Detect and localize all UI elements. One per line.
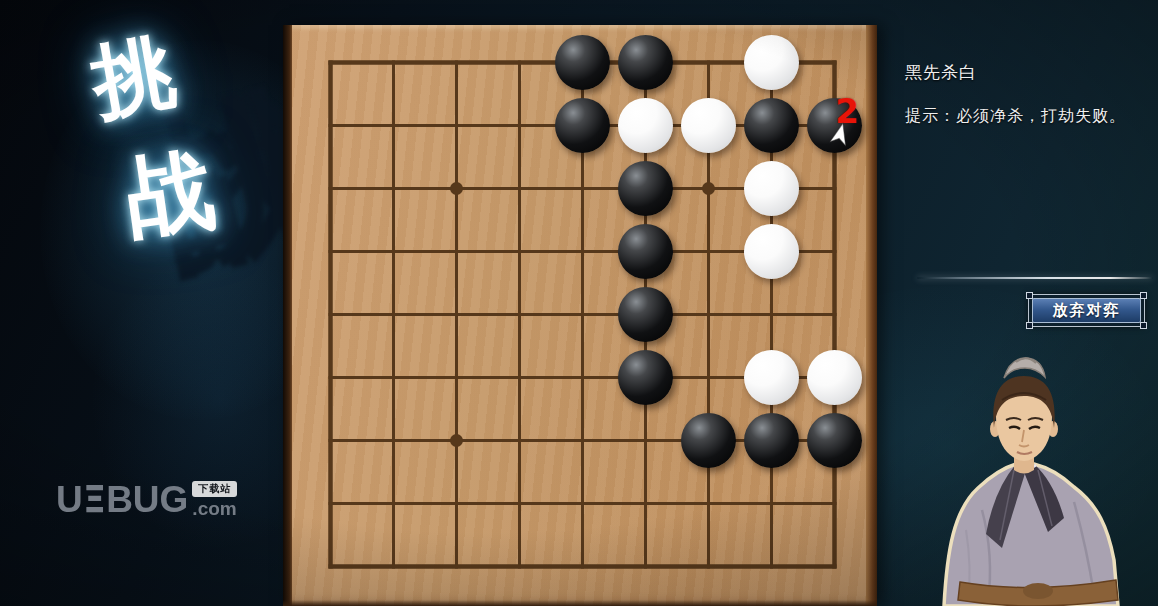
- star-point: [702, 182, 715, 195]
- resign-button-label: 放弃对弈: [1032, 298, 1141, 323]
- stone-black: [618, 224, 673, 279]
- stone-white: [744, 224, 799, 279]
- uebug-watermark: UΞBUG 下载站 .com: [56, 481, 237, 520]
- button-corner-ornament: [1140, 292, 1147, 299]
- board-grid-layer[interactable]: 2: [328, 60, 837, 569]
- stone-white: [744, 350, 799, 405]
- mouse-cursor: [829, 122, 851, 148]
- watermark-tld: .com: [192, 498, 236, 520]
- button-corner-ornament: [1026, 322, 1033, 329]
- board-left-edge: [283, 25, 292, 606]
- stone-black: [555, 35, 610, 90]
- game-screen: { "game": "go", "screen": {"mode_banner_…: [0, 0, 1158, 606]
- stone-black: [618, 35, 673, 90]
- go-board[interactable]: 2: [283, 25, 877, 606]
- star-point: [450, 182, 463, 195]
- star-point: [450, 434, 463, 447]
- stone-white: [744, 161, 799, 216]
- resign-button[interactable]: 放弃对弈: [1028, 294, 1145, 327]
- stone-black: [555, 98, 610, 153]
- stone-black: [618, 161, 673, 216]
- panel-divider: [917, 277, 1153, 279]
- button-corner-ornament: [1140, 322, 1147, 329]
- stone-white: [807, 350, 862, 405]
- stone-black: [744, 98, 799, 153]
- banner-char: 挑: [83, 7, 236, 139]
- stone-black: 2: [807, 98, 862, 153]
- stone-white: [744, 35, 799, 90]
- stone-white: [618, 98, 673, 153]
- challenge-mode-banner: 挑 战: [88, 18, 228, 253]
- stone-white: [681, 98, 736, 153]
- stone-black: [681, 413, 736, 468]
- stone-black: [618, 287, 673, 342]
- stone-black: [807, 413, 862, 468]
- board-bottom-edge: [283, 600, 877, 606]
- watermark-badge: 下载站: [192, 481, 237, 497]
- board-right-edge: [866, 25, 877, 606]
- stone-black: [618, 350, 673, 405]
- banner-char: 战: [118, 127, 236, 259]
- puzzle-objective: 黑先杀白: [905, 61, 977, 84]
- puzzle-hint: 提示：必须净杀，打劫失败。: [905, 106, 1126, 127]
- stone-black: [744, 413, 799, 468]
- topknot-cap: [1004, 358, 1045, 378]
- hanfu-character-illustration: [942, 350, 1158, 606]
- watermark-brand: UΞBUG: [56, 481, 188, 518]
